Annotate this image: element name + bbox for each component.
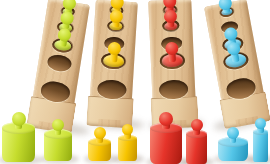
red-cylinder-medium-body — [186, 133, 207, 164]
green-cylinder-medium-knob — [52, 119, 64, 131]
yellow-cylinder-small-knob — [94, 127, 106, 139]
red-cylinder-large-knob — [159, 112, 173, 126]
blue-cylinder-thin-knob — [255, 118, 266, 129]
loose-cylinders-layer — [0, 0, 270, 164]
blue-cylinder-squat-knob — [227, 127, 239, 139]
green-cylinder-large-knob — [12, 112, 26, 126]
red-cylinder-medium-knob — [191, 119, 203, 131]
blue-cylinder-thin-body — [253, 131, 268, 162]
scene — [0, 0, 270, 164]
yellow-cylinder-medium-knob — [122, 124, 133, 135]
